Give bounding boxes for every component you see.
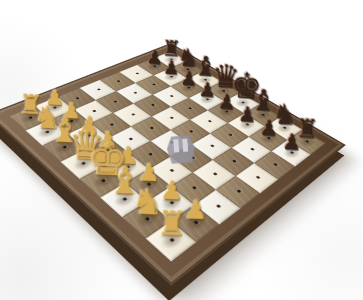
peg-hole	[169, 116, 173, 119]
peg-hole	[116, 80, 120, 82]
watermark-shape	[166, 135, 196, 164]
peg-hole	[236, 189, 241, 193]
peg-hole	[148, 153, 153, 156]
peg-hole	[113, 100, 117, 102]
peg-hole	[191, 186, 196, 190]
watermark	[166, 135, 196, 164]
peg-hole	[135, 72, 139, 74]
peg-hole	[169, 169, 174, 172]
chessboard: ♜♟♟♜♞♟♟♞♝♟♟♝♛♟♟♛♚♟♟♚♝♟♟♝♞♟♟♞♜♟♟♜	[0, 43, 346, 286]
peg-hole	[273, 163, 278, 166]
peg-hole	[133, 91, 137, 93]
peg-hole	[188, 130, 193, 133]
peg-hole	[228, 133, 232, 136]
peg-hole	[150, 104, 154, 107]
watermark-bar	[173, 139, 179, 152]
black-pawn: ♟	[277, 131, 306, 153]
board-frame: ♜♟♟♜♞♟♟♞♝♟♟♝♛♟♟♛♚♟♟♚♝♟♟♝♞♟♟♞♜♟♟♜	[0, 43, 346, 286]
peg-hole	[249, 148, 254, 151]
peg-hole	[187, 107, 191, 110]
peg-hole	[149, 127, 154, 130]
peg-hole	[255, 176, 260, 179]
peg-hole	[215, 204, 220, 208]
white-rook: ♜	[153, 208, 190, 241]
square-h1: ♜	[146, 221, 197, 261]
watermark-bar	[182, 139, 188, 152]
product-photo: ♜♟♟♜♞♟♟♞♝♟♟♝♛♟♟♛♚♟♟♚♝♟♟♝♞♟♟♞♜♟♟♜	[0, 0, 363, 300]
peg-hole	[209, 144, 214, 147]
peg-hole	[207, 120, 211, 123]
peg-hole	[130, 113, 134, 116]
peg-hole	[212, 172, 217, 175]
peg-hole	[96, 88, 100, 90]
peg-hole	[231, 159, 236, 162]
peg-hole	[169, 95, 173, 97]
peg-hole	[151, 83, 155, 85]
